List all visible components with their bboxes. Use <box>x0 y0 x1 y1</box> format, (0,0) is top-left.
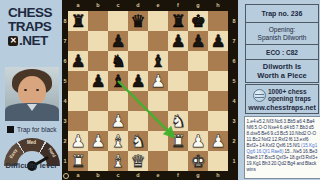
globe-icon <box>253 89 266 102</box>
square-d8[interactable]: ♛ <box>128 11 148 31</box>
square-h3[interactable] <box>208 111 228 131</box>
logo-line-1: CHESS <box>8 6 62 20</box>
square-c2[interactable]: ♝ <box>108 131 128 151</box>
square-b7[interactable] <box>88 31 108 51</box>
white-rook-piece: ♜ <box>70 151 85 171</box>
photo-face <box>18 76 46 106</box>
square-g1[interactable]: ♚ <box>188 151 208 171</box>
white-king-piece: ♚ <box>190 151 205 171</box>
square-b5[interactable]: ♟ <box>88 71 108 91</box>
white-bishop-piece: ♝ <box>110 151 125 171</box>
square-c3[interactable]: ♟ <box>108 111 128 131</box>
square-g4[interactable] <box>188 91 208 111</box>
square-g2[interactable]: ♟ <box>188 131 208 151</box>
difficulty-title: Difficulty level <box>0 161 62 170</box>
square-h8[interactable] <box>208 11 228 31</box>
square-f8[interactable]: ♜ <box>168 11 188 31</box>
eco-code: ECO : C82 <box>246 44 318 59</box>
square-a3[interactable] <box>68 111 88 131</box>
square-a5[interactable] <box>68 71 88 91</box>
square-e4[interactable] <box>148 91 168 111</box>
square-c6[interactable]: ♞ <box>108 51 128 71</box>
square-a7[interactable] <box>68 31 88 51</box>
file-labels-bottom: abcdefgh <box>68 172 228 178</box>
promo-line-1: 1000+ chess <box>268 88 307 95</box>
square-h7[interactable]: ♟ <box>208 31 228 51</box>
square-g3[interactable] <box>188 111 208 131</box>
square-h2[interactable]: ♟ <box>208 131 228 151</box>
file-labels-top: abcdefgh <box>68 2 228 8</box>
square-e7[interactable] <box>148 31 168 51</box>
trap-info-panel: Trap no. 236 Opening: Spanish Dilworth E… <box>245 4 319 83</box>
square-b4[interactable] <box>88 91 108 111</box>
square-b3[interactable] <box>88 111 108 131</box>
white-knight-piece: ♞ <box>170 111 185 131</box>
square-h5[interactable] <box>208 71 228 91</box>
square-b1[interactable] <box>88 151 108 171</box>
square-d6[interactable] <box>128 51 148 71</box>
square-e1[interactable] <box>148 151 168 171</box>
square-f4[interactable] <box>168 91 188 111</box>
rank-labels-right: 87654321 <box>230 11 238 171</box>
square-g7[interactable]: ♟ <box>188 31 208 51</box>
video-frame: CHESS TRAPS ✕ .NET Trap for black Easy M… <box>0 0 320 180</box>
square-e3[interactable] <box>148 111 168 131</box>
square-d5[interactable]: ♟ <box>128 71 148 91</box>
square-c1[interactable]: ♝ <box>108 151 128 171</box>
x-square-icon: ✕ <box>8 36 18 46</box>
square-d3[interactable] <box>128 111 148 131</box>
black-pawn-piece: ♟ <box>130 71 145 91</box>
square-a1[interactable]: ♜ <box>68 151 88 171</box>
square-a8[interactable]: ♜ <box>68 11 88 31</box>
white-rook-piece: ♜ <box>170 131 185 151</box>
trap-title: Dilworth Is Worth a Piece <box>246 59 318 82</box>
logo-net: .NET <box>19 34 48 48</box>
white-bishop-piece: ♝ <box>110 131 125 151</box>
white-pawn-piece: ♟ <box>70 131 85 151</box>
square-d1[interactable]: ♛ <box>128 151 148 171</box>
square-a2[interactable]: ♟ <box>68 131 88 151</box>
square-f6[interactable] <box>168 51 188 71</box>
black-bishop-piece: ♝ <box>150 51 165 71</box>
promo-line-2: opening traps <box>268 95 311 102</box>
black-rook-piece: ♜ <box>70 11 85 31</box>
black-pawn-piece: ♟ <box>210 31 225 51</box>
board-grid: ♜♛♜♚♟♟♟♟♟♞♝♟♝♟♟♟♞♟♟♝♞♜♟♟♜♝♛♚ <box>68 11 228 171</box>
square-c4[interactable] <box>108 91 128 111</box>
square-h6[interactable] <box>208 51 228 71</box>
white-queen-piece: ♛ <box>130 151 145 171</box>
black-pawn-piece: ♟ <box>110 31 125 51</box>
black-rook-piece: ♜ <box>170 11 185 31</box>
gauge-label-med: Med <box>27 140 36 145</box>
square-c7[interactable]: ♟ <box>108 31 128 51</box>
white-knight-piece: ♞ <box>130 131 145 151</box>
square-d7[interactable] <box>128 31 148 51</box>
square-h1[interactable] <box>208 151 228 171</box>
square-c5[interactable]: ♝ <box>108 71 128 91</box>
move-list: 1.e4 e5 2.Nf3 Nc6 3.Bb5 a6 4.Ba4 Nf6 5.O… <box>244 116 320 179</box>
photo-eye <box>24 89 27 91</box>
square-f1[interactable] <box>168 151 188 171</box>
trap-for-black-label: Trap for black <box>7 126 57 133</box>
square-d4[interactable] <box>128 91 148 111</box>
black-knight-piece: ♞ <box>110 51 125 71</box>
black-bishop-piece: ♝ <box>110 71 125 91</box>
square-f2[interactable]: ♜ <box>168 131 188 151</box>
square-b8[interactable] <box>88 11 108 31</box>
square-g5[interactable] <box>188 71 208 91</box>
board-corner-mark <box>63 173 69 179</box>
black-queen-piece: ♛ <box>130 11 145 31</box>
opening-name: Spanish Dilworth <box>246 34 318 42</box>
square-d2[interactable]: ♞ <box>128 131 148 151</box>
square-b6[interactable] <box>88 51 108 71</box>
white-pawn-piece: ♟ <box>90 131 105 151</box>
opening-box: Opening: Spanish Dilworth <box>246 22 318 44</box>
square-e8[interactable] <box>148 11 168 31</box>
square-e5[interactable]: ♟ <box>148 71 168 91</box>
square-c8[interactable] <box>108 11 128 31</box>
white-pawn-piece: ♟ <box>110 111 125 131</box>
square-g6[interactable] <box>188 51 208 71</box>
black-pawn-piece: ♟ <box>190 31 205 51</box>
opening-label: Opening: <box>246 26 318 34</box>
square-f7[interactable]: ♟ <box>168 31 188 51</box>
chess-board: abcdefgh abcdefgh 87654321 87654321 ♜♛♜♚… <box>62 0 238 180</box>
square-h4[interactable] <box>208 91 228 111</box>
black-pawn-piece: ♟ <box>70 51 85 71</box>
black-pawn-piece: ♟ <box>170 31 185 51</box>
square-g8[interactable]: ♚ <box>188 11 208 31</box>
square-b2[interactable]: ♟ <box>88 131 108 151</box>
trap-number: Trap no. 236 <box>246 5 318 22</box>
square-e2[interactable] <box>148 131 168 151</box>
website-url[interactable]: www.chesstraps.net <box>248 104 315 111</box>
white-pawn-piece: ♟ <box>210 131 225 151</box>
black-king-piece: ♚ <box>190 11 205 31</box>
black-pawn-piece: ♟ <box>90 71 105 91</box>
chesstraps-logo: CHESS TRAPS ✕ .NET <box>8 6 62 48</box>
logo-line-2: TRAPS <box>8 20 62 34</box>
square-a6[interactable]: ♟ <box>68 51 88 71</box>
photo-eye <box>36 89 39 91</box>
white-pawn-piece: ♟ <box>150 71 165 91</box>
square-a4[interactable] <box>68 91 88 111</box>
presenter-photo <box>5 67 59 121</box>
square-f5[interactable] <box>168 71 188 91</box>
white-pawn-piece: ♟ <box>190 131 205 151</box>
square-f3[interactable]: ♞ <box>168 111 188 131</box>
square-e6[interactable]: ♝ <box>148 51 168 71</box>
promo-box: 1000+ chess opening traps www.chesstraps… <box>245 84 319 114</box>
black-square-icon <box>7 126 14 133</box>
